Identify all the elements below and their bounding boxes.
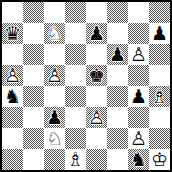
piece-halo-wP-g2: ♟ xyxy=(128,128,149,149)
square-e2[interactable] xyxy=(86,128,107,149)
piece-bN-g1: ♞ xyxy=(128,149,149,170)
square-f6[interactable]: ♟♟ xyxy=(107,44,128,65)
square-d3[interactable] xyxy=(65,107,86,128)
square-e3[interactable]: ♟♙ xyxy=(86,107,107,128)
square-b7[interactable] xyxy=(23,23,44,44)
square-a2[interactable] xyxy=(2,128,23,149)
square-d6[interactable] xyxy=(65,44,86,65)
square-f4[interactable] xyxy=(107,86,128,107)
piece-wP-g6: ♙ xyxy=(128,44,149,65)
square-g8[interactable] xyxy=(128,2,149,23)
square-a3[interactable] xyxy=(2,107,23,128)
square-c2[interactable]: ♞♘ xyxy=(44,128,65,149)
square-f5[interactable] xyxy=(107,65,128,86)
piece-halo-wP-g6: ♟ xyxy=(128,44,149,65)
piece-wP-a5: ♙ xyxy=(2,65,23,86)
square-c7[interactable]: ♞♘ xyxy=(44,23,65,44)
piece-bP-c3: ♟ xyxy=(44,107,65,128)
piece-halo-wP-e3: ♟ xyxy=(86,107,107,128)
square-g5[interactable] xyxy=(128,65,149,86)
piece-halo-bN-a4: ♞ xyxy=(2,86,23,107)
piece-bP-g4: ♟ xyxy=(128,86,149,107)
square-e7[interactable]: ♟♟ xyxy=(86,23,107,44)
square-e4[interactable] xyxy=(86,86,107,107)
square-c1[interactable] xyxy=(44,149,65,170)
square-a8[interactable] xyxy=(2,2,23,23)
piece-halo-bP-g4: ♟ xyxy=(128,86,149,107)
square-b1[interactable] xyxy=(23,149,44,170)
piece-halo-bK-e5: ♚ xyxy=(86,65,107,86)
square-a5[interactable]: ♟♙ xyxy=(2,65,23,86)
square-a7[interactable]: ♛♛ xyxy=(2,23,23,44)
square-f3[interactable] xyxy=(107,107,128,128)
square-a1[interactable] xyxy=(2,149,23,170)
square-g7[interactable] xyxy=(128,23,149,44)
square-b3[interactable] xyxy=(23,107,44,128)
square-d5[interactable] xyxy=(65,65,86,86)
piece-bK-e5: ♚ xyxy=(86,65,107,86)
piece-halo-bP-c3: ♟ xyxy=(44,107,65,128)
square-h4[interactable]: ♝♗ xyxy=(149,86,170,107)
piece-halo-wN-c7: ♞ xyxy=(44,23,65,44)
square-c3[interactable]: ♟♟ xyxy=(44,107,65,128)
square-c8[interactable] xyxy=(44,2,65,23)
square-d8[interactable] xyxy=(65,2,86,23)
piece-wP-e3: ♙ xyxy=(86,107,107,128)
chess-board: ♛♛♞♘♟♟♟♟♟♟♟♙♟♙♟♙♚♚♞♞♟♟♝♗♟♟♟♙♞♘♟♙♝♗♞♞♚♔ xyxy=(2,2,170,170)
chess-board-frame: ♛♛♞♘♟♟♟♟♟♟♟♙♟♙♟♙♚♚♞♞♟♟♝♗♟♟♟♙♞♘♟♙♝♗♞♞♚♔ xyxy=(0,0,172,172)
square-c5[interactable]: ♟♙ xyxy=(44,65,65,86)
square-h8[interactable] xyxy=(149,2,170,23)
square-h6[interactable] xyxy=(149,44,170,65)
piece-bP-h7: ♟ xyxy=(149,23,170,44)
square-h3[interactable] xyxy=(149,107,170,128)
piece-bP-f6: ♟ xyxy=(107,44,128,65)
square-f1[interactable] xyxy=(107,149,128,170)
square-g6[interactable]: ♟♙ xyxy=(128,44,149,65)
square-h1[interactable]: ♚♔ xyxy=(149,149,170,170)
piece-halo-bQ-a7: ♛ xyxy=(2,23,23,44)
piece-halo-wK-h1: ♚ xyxy=(149,149,170,170)
square-g1[interactable]: ♞♞ xyxy=(128,149,149,170)
square-d1[interactable]: ♝♗ xyxy=(65,149,86,170)
square-c6[interactable] xyxy=(44,44,65,65)
square-b5[interactable] xyxy=(23,65,44,86)
square-a6[interactable] xyxy=(2,44,23,65)
square-f7[interactable] xyxy=(107,23,128,44)
piece-bQ-a7: ♛ xyxy=(2,23,23,44)
square-d4[interactable] xyxy=(65,86,86,107)
square-e5[interactable]: ♚♚ xyxy=(86,65,107,86)
square-h5[interactable] xyxy=(149,65,170,86)
square-h2[interactable] xyxy=(149,128,170,149)
piece-wB-d1: ♗ xyxy=(65,149,86,170)
piece-halo-bN-g1: ♞ xyxy=(128,149,149,170)
square-h7[interactable]: ♟♟ xyxy=(149,23,170,44)
piece-halo-wP-a5: ♟ xyxy=(2,65,23,86)
square-b6[interactable] xyxy=(23,44,44,65)
square-f2[interactable] xyxy=(107,128,128,149)
square-d7[interactable] xyxy=(65,23,86,44)
piece-bP-e7: ♟ xyxy=(86,23,107,44)
piece-halo-wB-d1: ♝ xyxy=(65,149,86,170)
piece-wK-h1: ♔ xyxy=(149,149,170,170)
square-b4[interactable] xyxy=(23,86,44,107)
piece-halo-wB-h4: ♝ xyxy=(149,86,170,107)
piece-wN-c7: ♘ xyxy=(44,23,65,44)
piece-wP-g2: ♙ xyxy=(128,128,149,149)
square-e1[interactable] xyxy=(86,149,107,170)
piece-wP-c5: ♙ xyxy=(44,65,65,86)
piece-halo-bP-f6: ♟ xyxy=(107,44,128,65)
piece-bN-a4: ♞ xyxy=(2,86,23,107)
square-g4[interactable]: ♟♟ xyxy=(128,86,149,107)
piece-halo-wN-c2: ♞ xyxy=(44,128,65,149)
piece-halo-bP-h7: ♟ xyxy=(149,23,170,44)
piece-wN-c2: ♘ xyxy=(44,128,65,149)
square-f8[interactable] xyxy=(107,2,128,23)
square-g2[interactable]: ♟♙ xyxy=(128,128,149,149)
square-g3[interactable] xyxy=(128,107,149,128)
square-b2[interactable] xyxy=(23,128,44,149)
square-e6[interactable] xyxy=(86,44,107,65)
piece-wB-h4: ♗ xyxy=(149,86,170,107)
square-c4[interactable] xyxy=(44,86,65,107)
square-e8[interactable] xyxy=(86,2,107,23)
square-d2[interactable] xyxy=(65,128,86,149)
square-b8[interactable] xyxy=(23,2,44,23)
piece-halo-wP-c5: ♟ xyxy=(44,65,65,86)
square-a4[interactable]: ♞♞ xyxy=(2,86,23,107)
piece-halo-bP-e7: ♟ xyxy=(86,23,107,44)
